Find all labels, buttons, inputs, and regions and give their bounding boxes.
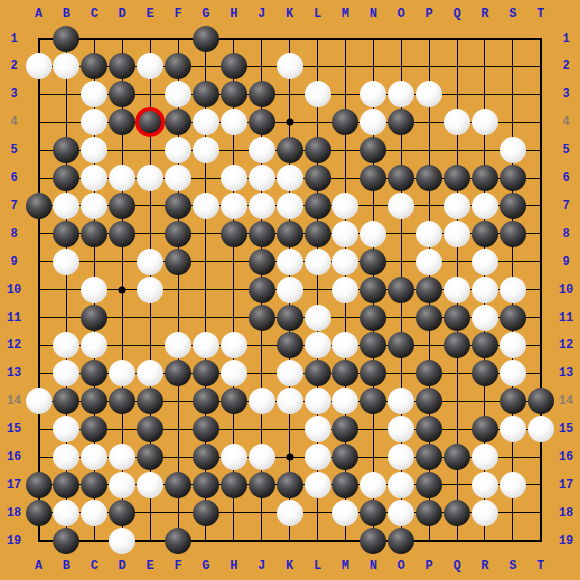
stone-P14[interactable] <box>416 388 442 414</box>
grid-line-v <box>540 38 542 542</box>
stone-K14[interactable] <box>277 388 303 414</box>
stone-K9[interactable] <box>277 249 303 275</box>
stone-F6[interactable] <box>165 165 191 191</box>
col-label-bottom-G: G <box>202 560 209 572</box>
stone-E15[interactable] <box>137 416 163 442</box>
stone-O4[interactable] <box>388 109 414 135</box>
stone-R12[interactable] <box>472 332 498 358</box>
row-label-right-10: 10 <box>559 284 573 296</box>
stone-G13[interactable] <box>193 360 219 386</box>
stone-O18[interactable] <box>388 500 414 526</box>
stone-S7[interactable] <box>500 193 526 219</box>
stone-M12[interactable] <box>332 332 358 358</box>
stone-L8[interactable] <box>305 221 331 247</box>
stone-O3[interactable] <box>388 81 414 107</box>
stone-C13[interactable] <box>81 360 107 386</box>
col-label-top-Q: Q <box>453 8 460 20</box>
stone-A7[interactable] <box>26 193 52 219</box>
row-label-right-16: 16 <box>559 451 573 463</box>
stone-S14[interactable] <box>500 388 526 414</box>
stone-E9[interactable] <box>137 249 163 275</box>
stone-R17[interactable] <box>472 472 498 498</box>
stone-J11[interactable] <box>249 305 275 331</box>
stone-F12[interactable] <box>165 332 191 358</box>
stone-O7[interactable] <box>388 193 414 219</box>
stone-K11[interactable] <box>277 305 303 331</box>
stone-G14[interactable] <box>193 388 219 414</box>
stone-F13[interactable] <box>165 360 191 386</box>
star-point-K16 <box>286 454 293 461</box>
stone-Q16[interactable] <box>444 444 470 470</box>
row-label-right-1: 1 <box>562 33 569 45</box>
star-point-D10 <box>119 286 126 293</box>
stone-N5[interactable] <box>360 137 386 163</box>
stone-D17[interactable] <box>109 472 135 498</box>
stone-G3[interactable] <box>193 81 219 107</box>
col-label-bottom-R: R <box>481 560 488 572</box>
stone-B9[interactable] <box>53 249 79 275</box>
col-label-top-L: L <box>314 8 321 20</box>
stone-G17[interactable] <box>193 472 219 498</box>
stone-H14[interactable] <box>221 388 247 414</box>
stone-P6[interactable] <box>416 165 442 191</box>
stone-J9[interactable] <box>249 249 275 275</box>
stone-H7[interactable] <box>221 193 247 219</box>
row-label-left-12: 12 <box>7 339 21 351</box>
stone-J10[interactable] <box>249 277 275 303</box>
stone-S6[interactable] <box>500 165 526 191</box>
stone-J16[interactable] <box>249 444 275 470</box>
row-label-right-6: 6 <box>562 172 569 184</box>
stone-M18[interactable] <box>332 500 358 526</box>
stone-J4[interactable] <box>249 109 275 135</box>
col-label-bottom-D: D <box>119 560 126 572</box>
row-label-left-13: 13 <box>7 367 21 379</box>
stone-L13[interactable] <box>305 360 331 386</box>
stone-R6[interactable] <box>472 165 498 191</box>
stone-F3[interactable] <box>165 81 191 107</box>
stone-D6[interactable] <box>109 165 135 191</box>
row-label-left-7: 7 <box>10 200 17 212</box>
stone-S10[interactable] <box>500 277 526 303</box>
stone-N13[interactable] <box>360 360 386 386</box>
col-label-top-A: A <box>35 8 42 20</box>
row-label-left-2: 2 <box>10 60 17 72</box>
stone-M17[interactable] <box>332 472 358 498</box>
stone-Q12[interactable] <box>444 332 470 358</box>
stone-O19[interactable] <box>388 528 414 554</box>
stone-N11[interactable] <box>360 305 386 331</box>
stone-N19[interactable] <box>360 528 386 554</box>
stone-C11[interactable] <box>81 305 107 331</box>
stone-H4[interactable] <box>221 109 247 135</box>
row-label-right-7: 7 <box>562 200 569 212</box>
stone-E17[interactable] <box>137 472 163 498</box>
stone-O10[interactable] <box>388 277 414 303</box>
col-label-top-J: J <box>258 8 265 20</box>
stone-Q11[interactable] <box>444 305 470 331</box>
stone-N10[interactable] <box>360 277 386 303</box>
stone-B12[interactable] <box>53 332 79 358</box>
row-label-left-19: 19 <box>7 535 21 547</box>
stone-K6[interactable] <box>277 165 303 191</box>
stone-O16[interactable] <box>388 444 414 470</box>
stone-C16[interactable] <box>81 444 107 470</box>
stone-G16[interactable] <box>193 444 219 470</box>
stone-C12[interactable] <box>81 332 107 358</box>
stone-A2[interactable] <box>26 53 52 79</box>
stone-L9[interactable] <box>305 249 331 275</box>
stone-R7[interactable] <box>472 193 498 219</box>
stone-C7[interactable] <box>81 193 107 219</box>
stone-N12[interactable] <box>360 332 386 358</box>
stone-Q7[interactable] <box>444 193 470 219</box>
stone-G12[interactable] <box>193 332 219 358</box>
stone-L17[interactable] <box>305 472 331 498</box>
stone-B13[interactable] <box>53 360 79 386</box>
stone-D18[interactable] <box>109 500 135 526</box>
stone-B7[interactable] <box>53 193 79 219</box>
stone-C3[interactable] <box>81 81 107 107</box>
stone-K7[interactable] <box>277 193 303 219</box>
col-label-bottom-S: S <box>509 560 516 572</box>
stone-P8[interactable] <box>416 221 442 247</box>
stone-L3[interactable] <box>305 81 331 107</box>
stone-K18[interactable] <box>277 500 303 526</box>
stone-M13[interactable] <box>332 360 358 386</box>
row-label-right-9: 9 <box>562 256 569 268</box>
stone-P17[interactable] <box>416 472 442 498</box>
col-label-bottom-N: N <box>370 560 377 572</box>
stone-N3[interactable] <box>360 81 386 107</box>
stone-A18[interactable] <box>26 500 52 526</box>
stone-F7[interactable] <box>165 193 191 219</box>
stone-G5[interactable] <box>193 137 219 163</box>
stone-H16[interactable] <box>221 444 247 470</box>
stone-J17[interactable] <box>249 472 275 498</box>
col-label-bottom-P: P <box>425 560 432 572</box>
stone-S15[interactable] <box>500 416 526 442</box>
row-label-left-8: 8 <box>10 228 17 240</box>
stone-D3[interactable] <box>109 81 135 107</box>
col-label-top-T: T <box>537 8 544 20</box>
stone-S12[interactable] <box>500 332 526 358</box>
stone-P10[interactable] <box>416 277 442 303</box>
stone-O12[interactable] <box>388 332 414 358</box>
stone-B17[interactable] <box>53 472 79 498</box>
row-label-left-16: 16 <box>7 451 21 463</box>
stone-P13[interactable] <box>416 360 442 386</box>
go-board[interactable]: AA11BB22CC33DD44EE55FF66GG77HH88JJ99KK10… <box>0 0 580 580</box>
stone-R4[interactable] <box>472 109 498 135</box>
row-label-left-4: 4 <box>10 116 17 128</box>
star-point-K4 <box>286 119 293 126</box>
stone-B5[interactable] <box>53 137 79 163</box>
stone-H2[interactable] <box>221 53 247 79</box>
stone-J7[interactable] <box>249 193 275 219</box>
stone-F19[interactable] <box>165 528 191 554</box>
stone-C17[interactable] <box>81 472 107 498</box>
stone-G1[interactable] <box>193 26 219 52</box>
stone-B2[interactable] <box>53 53 79 79</box>
row-label-left-18: 18 <box>7 507 21 519</box>
row-label-right-12: 12 <box>559 339 573 351</box>
stone-F17[interactable] <box>165 472 191 498</box>
stone-B6[interactable] <box>53 165 79 191</box>
stone-Q18[interactable] <box>444 500 470 526</box>
stone-F8[interactable] <box>165 221 191 247</box>
col-label-top-G: G <box>202 8 209 20</box>
stone-H12[interactable] <box>221 332 247 358</box>
stone-Q8[interactable] <box>444 221 470 247</box>
row-label-left-15: 15 <box>7 423 21 435</box>
col-label-top-E: E <box>146 8 153 20</box>
col-label-top-F: F <box>174 8 181 20</box>
stone-L12[interactable] <box>305 332 331 358</box>
col-label-top-O: O <box>398 8 405 20</box>
row-label-left-5: 5 <box>10 144 17 156</box>
stone-K5[interactable] <box>277 137 303 163</box>
col-label-top-S: S <box>509 8 516 20</box>
stone-S5[interactable] <box>500 137 526 163</box>
stone-L14[interactable] <box>305 388 331 414</box>
stone-A14[interactable] <box>26 388 52 414</box>
col-label-top-P: P <box>425 8 432 20</box>
stone-H13[interactable] <box>221 360 247 386</box>
stone-C8[interactable] <box>81 221 107 247</box>
stone-D8[interactable] <box>109 221 135 247</box>
stone-A17[interactable] <box>26 472 52 498</box>
col-label-bottom-C: C <box>91 560 98 572</box>
stone-E13[interactable] <box>137 360 163 386</box>
row-label-left-17: 17 <box>7 479 21 491</box>
row-label-right-2: 2 <box>562 60 569 72</box>
stone-J8[interactable] <box>249 221 275 247</box>
stone-R8[interactable] <box>472 221 498 247</box>
row-label-left-14: 14 <box>7 395 21 407</box>
stone-Q4[interactable] <box>444 109 470 135</box>
stone-L15[interactable] <box>305 416 331 442</box>
col-label-bottom-B: B <box>63 560 70 572</box>
stone-E14[interactable] <box>137 388 163 414</box>
stone-E2[interactable] <box>137 53 163 79</box>
row-label-right-8: 8 <box>562 228 569 240</box>
col-label-top-R: R <box>481 8 488 20</box>
stone-J6[interactable] <box>249 165 275 191</box>
col-label-bottom-H: H <box>230 560 237 572</box>
stone-L5[interactable] <box>305 137 331 163</box>
stone-Q10[interactable] <box>444 277 470 303</box>
row-label-right-14: 14 <box>559 395 573 407</box>
stone-O14[interactable] <box>388 388 414 414</box>
stone-D7[interactable] <box>109 193 135 219</box>
stone-B16[interactable] <box>53 444 79 470</box>
stone-C18[interactable] <box>81 500 107 526</box>
stone-D2[interactable] <box>109 53 135 79</box>
stone-H8[interactable] <box>221 221 247 247</box>
stone-R16[interactable] <box>472 444 498 470</box>
stone-M8[interactable] <box>332 221 358 247</box>
grid-line-h <box>38 429 542 430</box>
col-label-bottom-L: L <box>314 560 321 572</box>
stone-H17[interactable] <box>221 472 247 498</box>
stone-D13[interactable] <box>109 360 135 386</box>
row-label-right-5: 5 <box>562 144 569 156</box>
stone-D14[interactable] <box>109 388 135 414</box>
col-label-top-C: C <box>91 8 98 20</box>
row-label-left-9: 9 <box>10 256 17 268</box>
stone-B19[interactable] <box>53 528 79 554</box>
stone-N4[interactable] <box>360 109 386 135</box>
stone-J5[interactable] <box>249 137 275 163</box>
row-label-right-19: 19 <box>559 535 573 547</box>
stone-M16[interactable] <box>332 444 358 470</box>
stone-O17[interactable] <box>388 472 414 498</box>
stone-F4[interactable] <box>165 109 191 135</box>
stone-O6[interactable] <box>388 165 414 191</box>
row-label-left-1: 1 <box>10 33 17 45</box>
stone-C15[interactable] <box>81 416 107 442</box>
col-label-bottom-F: F <box>174 560 181 572</box>
stone-G7[interactable] <box>193 193 219 219</box>
stone-E10[interactable] <box>137 277 163 303</box>
stone-K10[interactable] <box>277 277 303 303</box>
stone-D19[interactable] <box>109 528 135 554</box>
row-label-right-17: 17 <box>559 479 573 491</box>
row-label-right-3: 3 <box>562 88 569 100</box>
stone-O15[interactable] <box>388 416 414 442</box>
stone-M14[interactable] <box>332 388 358 414</box>
stone-T15[interactable] <box>528 416 554 442</box>
row-label-right-18: 18 <box>559 507 573 519</box>
stone-G4[interactable] <box>193 109 219 135</box>
col-label-bottom-J: J <box>258 560 265 572</box>
col-label-bottom-E: E <box>146 560 153 572</box>
stone-S13[interactable] <box>500 360 526 386</box>
stone-T14[interactable] <box>528 388 554 414</box>
col-label-top-D: D <box>119 8 126 20</box>
col-label-bottom-M: M <box>342 560 349 572</box>
stone-R10[interactable] <box>472 277 498 303</box>
stone-K13[interactable] <box>277 360 303 386</box>
stone-E6[interactable] <box>137 165 163 191</box>
stone-N14[interactable] <box>360 388 386 414</box>
stone-F5[interactable] <box>165 137 191 163</box>
col-label-top-K: K <box>286 8 293 20</box>
stone-K17[interactable] <box>277 472 303 498</box>
stone-B18[interactable] <box>53 500 79 526</box>
stone-C6[interactable] <box>81 165 107 191</box>
stone-L7[interactable] <box>305 193 331 219</box>
stone-C14[interactable] <box>81 388 107 414</box>
stone-C5[interactable] <box>81 137 107 163</box>
stone-D4[interactable] <box>109 109 135 135</box>
stone-H6[interactable] <box>221 165 247 191</box>
stone-S11[interactable] <box>500 305 526 331</box>
stone-P3[interactable] <box>416 81 442 107</box>
stone-R18[interactable] <box>472 500 498 526</box>
stone-K12[interactable] <box>277 332 303 358</box>
stone-L6[interactable] <box>305 165 331 191</box>
row-label-left-3: 3 <box>10 88 17 100</box>
stone-R13[interactable] <box>472 360 498 386</box>
stone-Q6[interactable] <box>444 165 470 191</box>
stone-C4[interactable] <box>81 109 107 135</box>
stone-F2[interactable] <box>165 53 191 79</box>
stone-L16[interactable] <box>305 444 331 470</box>
last-move-marker <box>135 107 165 137</box>
stone-P16[interactable] <box>416 444 442 470</box>
stone-M9[interactable] <box>332 249 358 275</box>
col-label-top-B: B <box>63 8 70 20</box>
stone-C2[interactable] <box>81 53 107 79</box>
stone-J3[interactable] <box>249 81 275 107</box>
stone-B1[interactable] <box>53 26 79 52</box>
stone-B14[interactable] <box>53 388 79 414</box>
stone-L11[interactable] <box>305 305 331 331</box>
stone-N17[interactable] <box>360 472 386 498</box>
row-label-right-4: 4 <box>562 116 569 128</box>
col-label-top-M: M <box>342 8 349 20</box>
col-label-bottom-A: A <box>35 560 42 572</box>
stone-S17[interactable] <box>500 472 526 498</box>
col-label-bottom-O: O <box>398 560 405 572</box>
stone-N18[interactable] <box>360 500 386 526</box>
stone-K8[interactable] <box>277 221 303 247</box>
stone-H3[interactable] <box>221 81 247 107</box>
stone-S8[interactable] <box>500 221 526 247</box>
stone-G15[interactable] <box>193 416 219 442</box>
stone-R9[interactable] <box>472 249 498 275</box>
stone-P9[interactable] <box>416 249 442 275</box>
stone-B8[interactable] <box>53 221 79 247</box>
stone-K2[interactable] <box>277 53 303 79</box>
stone-P15[interactable] <box>416 416 442 442</box>
row-label-right-11: 11 <box>559 312 573 324</box>
row-label-left-10: 10 <box>7 284 21 296</box>
stone-J14[interactable] <box>249 388 275 414</box>
col-label-top-H: H <box>230 8 237 20</box>
stone-N8[interactable] <box>360 221 386 247</box>
col-label-bottom-Q: Q <box>453 560 460 572</box>
stone-R15[interactable] <box>472 416 498 442</box>
stone-E16[interactable] <box>137 444 163 470</box>
row-label-right-13: 13 <box>559 367 573 379</box>
stone-B15[interactable] <box>53 416 79 442</box>
col-label-top-N: N <box>370 8 377 20</box>
col-label-bottom-K: K <box>286 560 293 572</box>
stone-F9[interactable] <box>165 249 191 275</box>
stone-P11[interactable] <box>416 305 442 331</box>
stone-D16[interactable] <box>109 444 135 470</box>
stone-N9[interactable] <box>360 249 386 275</box>
stone-M15[interactable] <box>332 416 358 442</box>
stone-M4[interactable] <box>332 109 358 135</box>
stone-M10[interactable] <box>332 277 358 303</box>
stone-R11[interactable] <box>472 305 498 331</box>
col-label-bottom-T: T <box>537 560 544 572</box>
stone-P18[interactable] <box>416 500 442 526</box>
row-label-right-15: 15 <box>559 423 573 435</box>
row-label-left-6: 6 <box>10 172 17 184</box>
stone-M7[interactable] <box>332 193 358 219</box>
row-label-left-11: 11 <box>7 312 21 324</box>
stone-C10[interactable] <box>81 277 107 303</box>
stone-G18[interactable] <box>193 500 219 526</box>
stone-N6[interactable] <box>360 165 386 191</box>
